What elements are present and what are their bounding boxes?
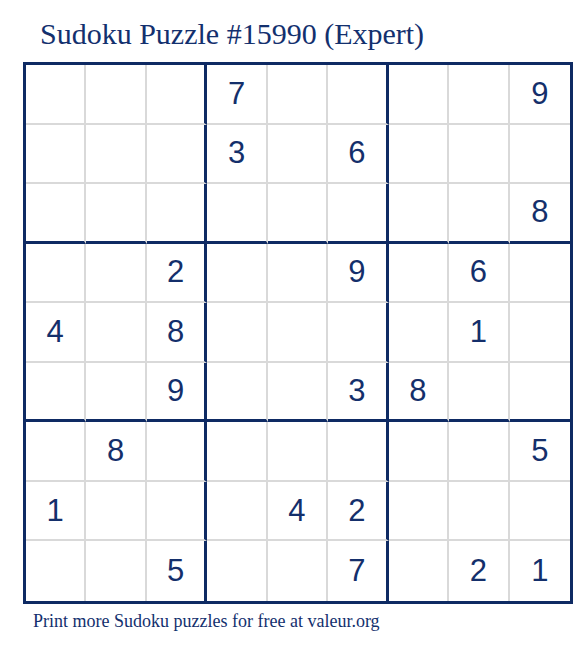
cell-r8c3 — [147, 482, 207, 542]
cell-r3c9: 8 — [510, 184, 570, 244]
cell-r3c2 — [86, 184, 146, 244]
cell-r7c9: 5 — [510, 422, 570, 482]
page-title: Sudoku Puzzle #15990 (Expert) — [40, 17, 424, 51]
cell-r5c7 — [389, 303, 449, 363]
cell-r2c1 — [26, 125, 86, 185]
cell-r4c1 — [26, 244, 86, 304]
cell-r5c6 — [328, 303, 388, 363]
sudoku-board: 79368296481938851425721 — [23, 62, 573, 604]
cell-r6c4 — [207, 363, 267, 423]
cell-r3c7 — [389, 184, 449, 244]
cell-r7c7 — [389, 422, 449, 482]
cell-r8c9 — [510, 482, 570, 542]
cell-r1c6 — [328, 65, 388, 125]
cell-r9c4 — [207, 541, 267, 601]
cell-r7c6 — [328, 422, 388, 482]
cell-r1c3 — [147, 65, 207, 125]
cell-r6c2 — [86, 363, 146, 423]
cell-r7c1 — [26, 422, 86, 482]
cell-r3c6 — [328, 184, 388, 244]
cell-r1c5 — [268, 65, 328, 125]
cell-r4c7 — [389, 244, 449, 304]
cell-r5c3: 8 — [147, 303, 207, 363]
cell-r4c4 — [207, 244, 267, 304]
cell-r1c4: 7 — [207, 65, 267, 125]
cell-r5c5 — [268, 303, 328, 363]
cell-r9c5 — [268, 541, 328, 601]
cell-r9c9: 1 — [510, 541, 570, 601]
cell-r6c8 — [449, 363, 509, 423]
cell-r1c9: 9 — [510, 65, 570, 125]
cell-r4c8: 6 — [449, 244, 509, 304]
cell-r9c8: 2 — [449, 541, 509, 601]
cell-r5c8: 1 — [449, 303, 509, 363]
cell-r9c1 — [26, 541, 86, 601]
cell-r4c9 — [510, 244, 570, 304]
cell-r1c7 — [389, 65, 449, 125]
cell-r6c9 — [510, 363, 570, 423]
footer-text: Print more Sudoku puzzles for free at va… — [33, 611, 380, 632]
cell-r7c8 — [449, 422, 509, 482]
cell-r7c5 — [268, 422, 328, 482]
cell-r8c5: 4 — [268, 482, 328, 542]
cell-r2c2 — [86, 125, 146, 185]
sudoku-page: Sudoku Puzzle #15990 (Expert) 7936829648… — [0, 0, 580, 651]
cell-r6c5 — [268, 363, 328, 423]
cell-r4c5 — [268, 244, 328, 304]
cell-r8c1: 1 — [26, 482, 86, 542]
cell-r5c1: 4 — [26, 303, 86, 363]
cell-r2c9 — [510, 125, 570, 185]
cell-r2c5 — [268, 125, 328, 185]
cell-r8c2 — [86, 482, 146, 542]
cell-r4c2 — [86, 244, 146, 304]
cell-r4c3: 2 — [147, 244, 207, 304]
cell-r7c2: 8 — [86, 422, 146, 482]
cell-r6c1 — [26, 363, 86, 423]
cell-r3c3 — [147, 184, 207, 244]
cell-r1c2 — [86, 65, 146, 125]
cell-r8c4 — [207, 482, 267, 542]
cell-r9c3: 5 — [147, 541, 207, 601]
cell-r3c4 — [207, 184, 267, 244]
cell-r5c9 — [510, 303, 570, 363]
cell-r8c8 — [449, 482, 509, 542]
cell-r1c8 — [449, 65, 509, 125]
cell-r5c4 — [207, 303, 267, 363]
cell-r2c4: 3 — [207, 125, 267, 185]
cell-r7c3 — [147, 422, 207, 482]
cell-r2c3 — [147, 125, 207, 185]
cell-r3c1 — [26, 184, 86, 244]
cell-r6c7: 8 — [389, 363, 449, 423]
cell-r8c6: 2 — [328, 482, 388, 542]
cell-r9c6: 7 — [328, 541, 388, 601]
cell-r9c2 — [86, 541, 146, 601]
cell-r2c8 — [449, 125, 509, 185]
cell-r1c1 — [26, 65, 86, 125]
cell-r6c6: 3 — [328, 363, 388, 423]
cell-r2c7 — [389, 125, 449, 185]
cell-r6c3: 9 — [147, 363, 207, 423]
cell-r9c7 — [389, 541, 449, 601]
cell-r3c8 — [449, 184, 509, 244]
cell-r2c6: 6 — [328, 125, 388, 185]
cell-r8c7 — [389, 482, 449, 542]
cell-r3c5 — [268, 184, 328, 244]
cell-r5c2 — [86, 303, 146, 363]
cell-r4c6: 9 — [328, 244, 388, 304]
cell-r7c4 — [207, 422, 267, 482]
